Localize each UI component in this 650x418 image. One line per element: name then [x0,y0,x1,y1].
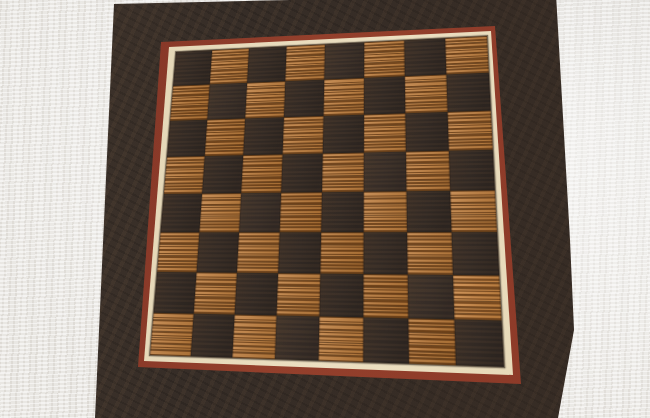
square-r4c7 [450,190,497,232]
square-r7c4 [319,316,364,362]
square-r4c1 [199,193,241,232]
square-r5c2 [237,232,280,273]
square-r7c1 [191,314,235,358]
square-r2c1 [205,118,245,156]
square-r2c2 [243,117,284,155]
square-r6c3 [277,273,321,316]
square-r5c5 [364,232,408,274]
square-r0c7 [445,36,489,74]
square-r5c6 [407,232,453,275]
square-r6c4 [319,274,363,318]
square-r0c4 [324,42,364,79]
square-r0c2 [247,46,286,83]
square-r4c4 [321,192,364,233]
square-r6c0 [154,272,197,314]
square-r2c5 [364,113,406,152]
square-r1c3 [284,80,324,118]
square-r1c6 [405,74,448,113]
square-r3c5 [364,152,407,192]
square-r2c4 [323,115,364,154]
square-r0c6 [404,38,446,76]
square-r7c5 [363,317,409,363]
square-r5c1 [197,232,240,272]
square-r4c3 [280,192,322,232]
square-r2c3 [283,116,324,154]
square-r3c6 [406,151,450,192]
square-r4c5 [364,191,407,232]
square-r4c2 [239,193,281,233]
square-r7c7 [454,319,504,367]
square-r5c7 [452,232,500,275]
square-r7c6 [408,318,456,365]
square-r1c4 [324,78,365,116]
square-r0c5 [364,40,405,78]
square-r0c0 [173,50,212,86]
square-r3c1 [202,155,243,193]
square-r4c0 [161,194,203,233]
square-r6c5 [363,274,408,318]
board-grid [150,36,504,367]
square-r0c1 [210,48,249,84]
square-r3c0 [164,156,205,194]
square-r3c7 [449,150,495,191]
square-r2c6 [405,112,449,152]
square-r3c4 [322,153,364,193]
square-r1c7 [446,73,490,112]
square-r6c6 [408,275,455,320]
square-r5c3 [278,232,321,273]
square-r1c2 [245,81,285,118]
square-r7c0 [150,313,194,357]
square-r5c4 [320,232,363,274]
square-r6c7 [453,275,502,320]
square-r3c2 [241,154,282,193]
square-r6c2 [235,273,278,316]
board-photo [0,0,650,418]
square-r7c3 [275,315,320,360]
square-r6c1 [194,272,237,314]
square-r2c7 [448,111,493,151]
square-r1c0 [170,84,210,120]
square-r2c0 [167,120,207,157]
square-r1c5 [364,76,405,114]
square-r7c2 [232,315,276,360]
square-r5c0 [157,232,199,272]
square-r4c6 [406,191,451,232]
square-r3c3 [281,153,323,192]
square-r1c1 [207,83,247,120]
square-r0c3 [285,44,325,81]
